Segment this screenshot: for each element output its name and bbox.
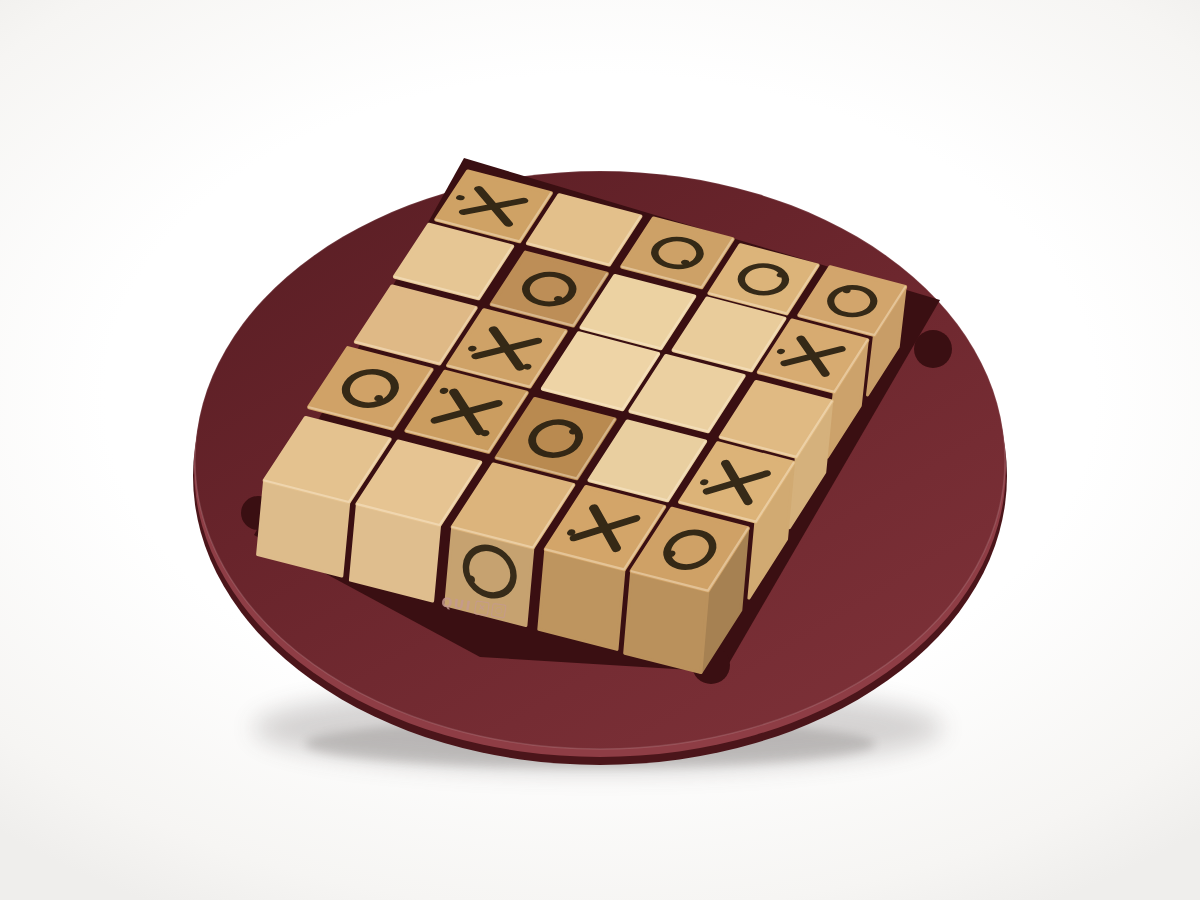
photo-background: QUI × ○: [0, 0, 1200, 900]
logo-o-icon: ○: [491, 602, 507, 618]
corner-notch: [914, 330, 952, 368]
board-graphic: [0, 0, 1200, 900]
logo-x-icon: ×: [474, 600, 490, 616]
